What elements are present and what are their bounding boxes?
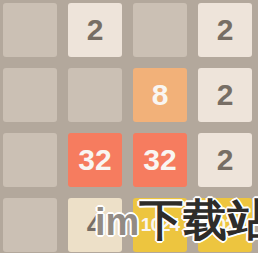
cell-r3c0	[3, 198, 57, 252]
cell-r1c2: 8	[133, 68, 187, 122]
cell-r2c3: 2	[198, 133, 252, 187]
cell-r3c3: 1024	[198, 198, 252, 252]
cell-r2c1: 32	[68, 133, 122, 187]
cell-r1c1	[68, 68, 122, 122]
cell-r3c1: 4	[68, 198, 122, 252]
cell-r2c2: 32	[133, 133, 187, 187]
cell-r0c2	[133, 3, 187, 57]
cell-r0c0	[3, 3, 57, 57]
cell-r1c3: 2	[198, 68, 252, 122]
tile-grid: 2 2 8 2 32 32 2 4 1024 1024	[3, 3, 252, 252]
cell-r3c2: 1024	[133, 198, 187, 252]
cell-r1c0	[3, 68, 57, 122]
cell-r2c0	[3, 133, 57, 187]
2048-board[interactable]: 2 2 8 2 32 32 2 4 1024 1024 im下载站	[0, 0, 258, 253]
cell-r0c3: 2	[198, 3, 252, 57]
cell-r0c1: 2	[68, 3, 122, 57]
